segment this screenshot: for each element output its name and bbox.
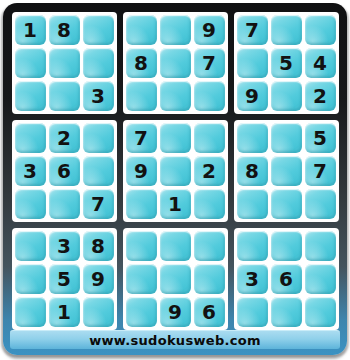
cell-r2c9[interactable]: 4 xyxy=(305,48,336,78)
cell-r5c9[interactable]: 7 xyxy=(305,156,336,186)
cell-r6c7[interactable] xyxy=(237,189,268,219)
cell-r4c2[interactable]: 2 xyxy=(49,123,80,153)
cell-r3c2[interactable] xyxy=(49,81,80,111)
cell-r4c3[interactable] xyxy=(83,123,114,153)
cell-r8c5[interactable] xyxy=(160,264,191,294)
cell-r2c4[interactable]: 8 xyxy=(126,48,157,78)
cell-r5c1[interactable]: 3 xyxy=(15,156,46,186)
cell-r1c3[interactable] xyxy=(83,15,114,45)
box-2-2: 36 xyxy=(234,228,339,330)
box-0-2: 75492 xyxy=(234,12,339,114)
cell-r3c1[interactable] xyxy=(15,81,46,111)
cell-r7c8[interactable] xyxy=(271,231,302,261)
cell-r1c8[interactable] xyxy=(271,15,302,45)
cell-r6c1[interactable] xyxy=(15,189,46,219)
cell-r4c4[interactable]: 7 xyxy=(126,123,157,153)
box-0-1: 987 xyxy=(123,12,228,114)
cell-r4c9[interactable]: 5 xyxy=(305,123,336,153)
cell-r4c6[interactable] xyxy=(194,123,225,153)
cell-r8c6[interactable] xyxy=(194,264,225,294)
cell-r5c6[interactable]: 2 xyxy=(194,156,225,186)
cell-r7c3[interactable]: 8 xyxy=(83,231,114,261)
cell-r8c4[interactable] xyxy=(126,264,157,294)
cell-r2c2[interactable] xyxy=(49,48,80,78)
cell-r6c5[interactable]: 1 xyxy=(160,189,191,219)
cell-r8c9[interactable] xyxy=(305,264,336,294)
cell-r8c7[interactable]: 3 xyxy=(237,264,268,294)
cell-r7c9[interactable] xyxy=(305,231,336,261)
box-2-0: 38591 xyxy=(12,228,117,330)
cell-r5c7[interactable]: 8 xyxy=(237,156,268,186)
cell-r9c6[interactable]: 6 xyxy=(194,297,225,327)
cell-r4c7[interactable] xyxy=(237,123,268,153)
cell-r9c7[interactable] xyxy=(237,297,268,327)
cell-r5c2[interactable]: 6 xyxy=(49,156,80,186)
cell-r9c8[interactable] xyxy=(271,297,302,327)
cell-r2c1[interactable] xyxy=(15,48,46,78)
cell-r9c3[interactable] xyxy=(83,297,114,327)
footer-band: www.sudokusweb.com xyxy=(10,330,340,349)
cell-r7c7[interactable] xyxy=(237,231,268,261)
cell-r8c2[interactable]: 5 xyxy=(49,264,80,294)
cell-r4c8[interactable] xyxy=(271,123,302,153)
cell-r4c1[interactable] xyxy=(15,123,46,153)
cell-r9c5[interactable]: 9 xyxy=(160,297,191,327)
cell-r4c5[interactable] xyxy=(160,123,191,153)
cell-r1c5[interactable] xyxy=(160,15,191,45)
cell-r5c3[interactable] xyxy=(83,156,114,186)
cell-r1c1[interactable]: 1 xyxy=(15,15,46,45)
box-1-2: 587 xyxy=(234,120,339,222)
sudoku-board: 1839877549223677921587385919636 xyxy=(12,12,339,330)
cell-r2c7[interactable] xyxy=(237,48,268,78)
box-2-1: 96 xyxy=(123,228,228,330)
cell-r7c1[interactable] xyxy=(15,231,46,261)
cell-r2c5[interactable] xyxy=(160,48,191,78)
cell-r3c7[interactable]: 9 xyxy=(237,81,268,111)
cell-r2c8[interactable]: 5 xyxy=(271,48,302,78)
cell-r6c2[interactable] xyxy=(49,189,80,219)
cell-r5c5[interactable] xyxy=(160,156,191,186)
cell-r3c9[interactable]: 2 xyxy=(305,81,336,111)
cell-r3c6[interactable] xyxy=(194,81,225,111)
box-1-0: 2367 xyxy=(12,120,117,222)
cell-r7c4[interactable] xyxy=(126,231,157,261)
cell-r8c1[interactable] xyxy=(15,264,46,294)
cell-r2c6[interactable]: 7 xyxy=(194,48,225,78)
cell-r5c8[interactable] xyxy=(271,156,302,186)
cell-r9c1[interactable] xyxy=(15,297,46,327)
cell-r8c3[interactable]: 9 xyxy=(83,264,114,294)
cell-r7c6[interactable] xyxy=(194,231,225,261)
cell-r7c5[interactable] xyxy=(160,231,191,261)
cell-r6c3[interactable]: 7 xyxy=(83,189,114,219)
cell-r6c9[interactable] xyxy=(305,189,336,219)
cell-r9c2[interactable]: 1 xyxy=(49,297,80,327)
cell-r9c9[interactable] xyxy=(305,297,336,327)
cell-r1c2[interactable]: 8 xyxy=(49,15,80,45)
sudoku-plaque: 1839877549223677921587385919636 www.sudo… xyxy=(3,3,347,355)
cell-r8c8[interactable]: 6 xyxy=(271,264,302,294)
site-url: www.sudokusweb.com xyxy=(89,333,261,348)
cell-r1c6[interactable]: 9 xyxy=(194,15,225,45)
cell-r3c3[interactable]: 3 xyxy=(83,81,114,111)
cell-r2c3[interactable] xyxy=(83,48,114,78)
cell-r1c9[interactable] xyxy=(305,15,336,45)
cell-r3c8[interactable] xyxy=(271,81,302,111)
cell-r1c4[interactable] xyxy=(126,15,157,45)
cell-r3c4[interactable] xyxy=(126,81,157,111)
cell-r6c8[interactable] xyxy=(271,189,302,219)
cell-r6c4[interactable] xyxy=(126,189,157,219)
cell-r9c4[interactable] xyxy=(126,297,157,327)
box-1-1: 7921 xyxy=(123,120,228,222)
cell-r3c5[interactable] xyxy=(160,81,191,111)
cell-r6c6[interactable] xyxy=(194,189,225,219)
cell-r1c7[interactable]: 7 xyxy=(237,15,268,45)
box-0-0: 183 xyxy=(12,12,117,114)
cell-r7c2[interactable]: 3 xyxy=(49,231,80,261)
cell-r5c4[interactable]: 9 xyxy=(126,156,157,186)
